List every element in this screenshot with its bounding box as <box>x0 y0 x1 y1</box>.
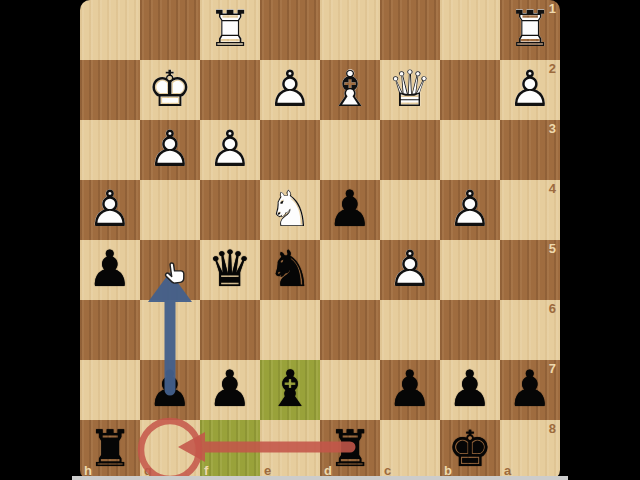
piece-black-rook-h8[interactable]: ♜ <box>80 420 140 480</box>
black-pawn-glyph: ♟ <box>320 180 380 240</box>
square-g5[interactable] <box>140 240 200 300</box>
piece-white-pawn-e2[interactable]: ♟♙ <box>260 60 320 120</box>
square-a4[interactable]: 4 <box>500 180 560 240</box>
square-h5[interactable]: ♟ <box>80 240 140 300</box>
piece-white-rook-a1[interactable]: ♜♖ <box>500 0 560 60</box>
piece-black-bishop-e7[interactable]: ♝ <box>260 360 320 420</box>
white-king-outline: ♔ <box>140 60 200 120</box>
piece-white-pawn-b4[interactable]: ♟♙ <box>440 180 500 240</box>
piece-black-pawn-g7[interactable]: ♟ <box>140 360 200 420</box>
piece-white-pawn-c5[interactable]: ♟♙ <box>380 240 440 300</box>
left-black-bar <box>0 0 80 480</box>
square-c1[interactable] <box>380 0 440 60</box>
square-e7[interactable]: ♝ <box>260 360 320 420</box>
black-pawn-glyph: ♟ <box>500 360 560 420</box>
square-e6[interactable] <box>260 300 320 360</box>
square-b8[interactable]: b♚ <box>440 420 500 480</box>
piece-black-rook-d8[interactable]: ♜ <box>320 420 380 480</box>
white-pawn-outline: ♙ <box>80 180 140 240</box>
white-knight-outline: ♘ <box>260 180 320 240</box>
black-pawn-glyph: ♟ <box>200 360 260 420</box>
square-c5[interactable]: ♟♙ <box>380 240 440 300</box>
square-a6[interactable]: 6 <box>500 300 560 360</box>
square-h8[interactable]: h♜ <box>80 420 140 480</box>
piece-white-pawn-f3[interactable]: ♟♙ <box>200 120 260 180</box>
piece-white-king-g2[interactable]: ♚♔ <box>140 60 200 120</box>
white-bishop-outline: ♗ <box>320 60 380 120</box>
black-pawn-glyph: ♟ <box>140 360 200 420</box>
square-b5[interactable] <box>440 240 500 300</box>
square-g3[interactable]: ♟♙ <box>140 120 200 180</box>
piece-white-queen-c2[interactable]: ♛♕ <box>380 60 440 120</box>
square-d6[interactable] <box>320 300 380 360</box>
square-f4[interactable] <box>200 180 260 240</box>
white-pawn-outline: ♙ <box>440 180 500 240</box>
square-c8[interactable]: c <box>380 420 440 480</box>
piece-black-pawn-b7[interactable]: ♟ <box>440 360 500 420</box>
black-queen-glyph: ♛ <box>200 240 260 300</box>
square-f2[interactable] <box>200 60 260 120</box>
square-e2[interactable]: ♟♙ <box>260 60 320 120</box>
square-h6[interactable] <box>80 300 140 360</box>
square-g2[interactable]: ♚♔ <box>140 60 200 120</box>
square-b1[interactable] <box>440 0 500 60</box>
square-h3[interactable] <box>80 120 140 180</box>
piece-black-knight-e5[interactable]: ♞ <box>260 240 320 300</box>
square-a5[interactable]: 5 <box>500 240 560 300</box>
piece-black-pawn-c7[interactable]: ♟ <box>380 360 440 420</box>
piece-white-pawn-a2[interactable]: ♟♙ <box>500 60 560 120</box>
square-h2[interactable] <box>80 60 140 120</box>
black-pawn-glyph: ♟ <box>80 240 140 300</box>
square-d2[interactable]: ♝♗ <box>320 60 380 120</box>
square-b4[interactable]: ♟♙ <box>440 180 500 240</box>
square-g1[interactable] <box>140 0 200 60</box>
square-c2[interactable]: ♛♕ <box>380 60 440 120</box>
square-d3[interactable] <box>320 120 380 180</box>
black-pawn-glyph: ♟ <box>380 360 440 420</box>
square-g7[interactable]: ♟ <box>140 360 200 420</box>
piece-white-bishop-d2[interactable]: ♝♗ <box>320 60 380 120</box>
square-f3[interactable]: ♟♙ <box>200 120 260 180</box>
piece-black-pawn-d4[interactable]: ♟ <box>320 180 380 240</box>
black-rook-glyph: ♜ <box>320 420 380 480</box>
square-d4[interactable]: ♟ <box>320 180 380 240</box>
rank-label-5: 5 <box>549 242 556 255</box>
square-f1[interactable]: ♜♖ <box>200 0 260 60</box>
black-bishop-glyph: ♝ <box>260 360 320 420</box>
square-e4[interactable]: ♞♘ <box>260 180 320 240</box>
right-black-bar <box>560 0 640 480</box>
square-f5[interactable]: ♛ <box>200 240 260 300</box>
square-f7[interactable]: ♟ <box>200 360 260 420</box>
square-f8[interactable]: f <box>200 420 260 480</box>
square-c6[interactable] <box>380 300 440 360</box>
square-h4[interactable]: ♟♙ <box>80 180 140 240</box>
white-pawn-outline: ♙ <box>140 120 200 180</box>
square-a8[interactable]: 8a <box>500 420 560 480</box>
bottom-strip <box>72 476 568 480</box>
piece-white-rook-f1[interactable]: ♜♖ <box>200 0 260 60</box>
square-a2[interactable]: 2♟♙ <box>500 60 560 120</box>
piece-black-queen-f5[interactable]: ♛ <box>200 240 260 300</box>
chess-board: ♜♖1♜♖♚♔♟♙♝♗♛♕2♟♙♟♙♟♙3♟♙♞♘♟♟♙4♟♛♞♟♙56♟♟♝♟… <box>80 0 560 480</box>
square-f6[interactable] <box>200 300 260 360</box>
square-g6[interactable] <box>140 300 200 360</box>
square-d5[interactable] <box>320 240 380 300</box>
square-b6[interactable] <box>440 300 500 360</box>
square-b3[interactable] <box>440 120 500 180</box>
piece-black-king-b8[interactable]: ♚ <box>440 420 500 480</box>
rank-label-3: 3 <box>549 122 556 135</box>
square-c4[interactable] <box>380 180 440 240</box>
square-c3[interactable] <box>380 120 440 180</box>
white-queen-outline: ♕ <box>380 60 440 120</box>
piece-white-pawn-h4[interactable]: ♟♙ <box>80 180 140 240</box>
square-c7[interactable]: ♟ <box>380 360 440 420</box>
square-b2[interactable] <box>440 60 500 120</box>
piece-black-pawn-h5[interactable]: ♟ <box>80 240 140 300</box>
square-d8[interactable]: d♜ <box>320 420 380 480</box>
white-rook-outline: ♖ <box>200 0 260 60</box>
square-d1[interactable] <box>320 0 380 60</box>
square-d7[interactable] <box>320 360 380 420</box>
square-a7[interactable]: 7♟ <box>500 360 560 420</box>
piece-white-pawn-g3[interactable]: ♟♙ <box>140 120 200 180</box>
square-g4[interactable] <box>140 180 200 240</box>
square-e3[interactable] <box>260 120 320 180</box>
square-e1[interactable] <box>260 0 320 60</box>
black-knight-glyph: ♞ <box>260 240 320 300</box>
square-a1[interactable]: 1♜♖ <box>500 0 560 60</box>
piece-black-pawn-f7[interactable]: ♟ <box>200 360 260 420</box>
square-h7[interactable] <box>80 360 140 420</box>
white-pawn-outline: ♙ <box>380 240 440 300</box>
rank-label-8: 8 <box>549 422 556 435</box>
video-frame: ♜♖1♜♖♚♔♟♙♝♗♛♕2♟♙♟♙♟♙3♟♙♞♘♟♟♙4♟♛♞♟♙56♟♟♝♟… <box>0 0 640 480</box>
white-pawn-outline: ♙ <box>200 120 260 180</box>
square-g8[interactable]: g <box>140 420 200 480</box>
white-pawn-outline: ♙ <box>260 60 320 120</box>
square-e8[interactable]: e <box>260 420 320 480</box>
rank-label-6: 6 <box>549 302 556 315</box>
square-a3[interactable]: 3 <box>500 120 560 180</box>
piece-white-knight-e4[interactable]: ♞♘ <box>260 180 320 240</box>
square-e5[interactable]: ♞ <box>260 240 320 300</box>
black-pawn-glyph: ♟ <box>440 360 500 420</box>
black-king-glyph: ♚ <box>440 420 500 480</box>
white-pawn-outline: ♙ <box>500 60 560 120</box>
white-rook-outline: ♖ <box>500 0 560 60</box>
square-h1[interactable] <box>80 0 140 60</box>
rank-label-4: 4 <box>549 182 556 195</box>
square-b7[interactable]: ♟ <box>440 360 500 420</box>
black-rook-glyph: ♜ <box>80 420 140 480</box>
piece-black-pawn-a7[interactable]: ♟ <box>500 360 560 420</box>
